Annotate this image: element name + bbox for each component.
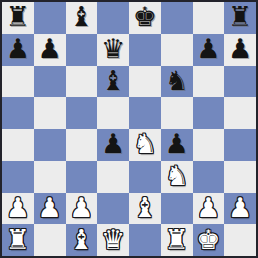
square-h1[interactable]: [224, 224, 256, 256]
square-d4[interactable]: ♟: [97, 129, 129, 161]
square-c7[interactable]: [66, 34, 98, 66]
square-c2[interactable]: ♟: [66, 193, 98, 225]
square-e5[interactable]: [129, 97, 161, 129]
square-f8[interactable]: [161, 2, 193, 34]
piece-black-pawn-d4: ♟: [101, 130, 125, 157]
square-c8[interactable]: ♝: [66, 2, 98, 34]
piece-black-rook-h8: ♜: [228, 3, 252, 30]
square-d8[interactable]: [97, 2, 129, 34]
square-g3[interactable]: [193, 161, 225, 193]
square-a7[interactable]: ♟: [2, 34, 34, 66]
piece-black-bishop-d6: ♝: [101, 67, 125, 94]
piece-black-pawn-f4: ♟: [165, 130, 189, 157]
square-f3[interactable]: ♞: [161, 161, 193, 193]
piece-white-rook-f1: ♜: [165, 226, 189, 253]
chess-board: ♜♝♚♜♟♟♛♟♟♝♞♟♞♟♞♟♟♟♝♟♟♜♝♛♜♚: [2, 2, 256, 256]
piece-white-pawn-h2: ♟: [228, 194, 252, 221]
square-e3[interactable]: [129, 161, 161, 193]
piece-black-pawn-a7: ♟: [6, 35, 30, 62]
square-g7[interactable]: ♟: [193, 34, 225, 66]
square-c5[interactable]: [66, 97, 98, 129]
square-g8[interactable]: [193, 2, 225, 34]
square-b6[interactable]: [34, 66, 66, 98]
square-h8[interactable]: ♜: [224, 2, 256, 34]
piece-white-rook-a1: ♜: [6, 226, 30, 253]
square-a8[interactable]: ♜: [2, 2, 34, 34]
piece-white-pawn-b2: ♟: [38, 194, 62, 221]
square-a6[interactable]: [2, 66, 34, 98]
square-c3[interactable]: [66, 161, 98, 193]
square-g5[interactable]: [193, 97, 225, 129]
piece-white-pawn-g2: ♟: [196, 194, 220, 221]
square-g4[interactable]: [193, 129, 225, 161]
square-c6[interactable]: [66, 66, 98, 98]
piece-white-bishop-e2: ♝: [133, 194, 157, 221]
square-d5[interactable]: [97, 97, 129, 129]
square-g1[interactable]: ♚: [193, 224, 225, 256]
square-d6[interactable]: ♝: [97, 66, 129, 98]
square-h7[interactable]: ♟: [224, 34, 256, 66]
piece-black-king-e8: ♚: [133, 3, 157, 30]
square-e7[interactable]: [129, 34, 161, 66]
square-g2[interactable]: ♟: [193, 193, 225, 225]
square-h6[interactable]: [224, 66, 256, 98]
square-b8[interactable]: [34, 2, 66, 34]
square-e2[interactable]: ♝: [129, 193, 161, 225]
piece-white-knight-f3: ♞: [165, 162, 189, 189]
square-h3[interactable]: [224, 161, 256, 193]
square-b3[interactable]: [34, 161, 66, 193]
square-f1[interactable]: ♜: [161, 224, 193, 256]
board-frame: ♜♝♚♜♟♟♛♟♟♝♞♟♞♟♞♟♟♟♝♟♟♜♝♛♜♚: [0, 0, 258, 258]
square-a1[interactable]: ♜: [2, 224, 34, 256]
square-c4[interactable]: [66, 129, 98, 161]
square-f5[interactable]: [161, 97, 193, 129]
square-b1[interactable]: [34, 224, 66, 256]
square-d2[interactable]: [97, 193, 129, 225]
piece-white-king-g1: ♚: [196, 226, 220, 253]
piece-white-pawn-c2: ♟: [69, 194, 93, 221]
square-d1[interactable]: ♛: [97, 224, 129, 256]
piece-black-pawn-h7: ♟: [228, 35, 252, 62]
square-h4[interactable]: [224, 129, 256, 161]
piece-black-knight-f6: ♞: [165, 67, 189, 94]
square-f7[interactable]: [161, 34, 193, 66]
square-e1[interactable]: [129, 224, 161, 256]
square-f6[interactable]: ♞: [161, 66, 193, 98]
square-e8[interactable]: ♚: [129, 2, 161, 34]
square-d3[interactable]: [97, 161, 129, 193]
square-a3[interactable]: [2, 161, 34, 193]
square-h5[interactable]: [224, 97, 256, 129]
piece-white-bishop-c1: ♝: [69, 226, 93, 253]
piece-white-queen-d1: ♛: [101, 226, 125, 253]
square-f4[interactable]: ♟: [161, 129, 193, 161]
square-b2[interactable]: ♟: [34, 193, 66, 225]
piece-white-pawn-a2: ♟: [6, 194, 30, 221]
square-e6[interactable]: [129, 66, 161, 98]
piece-black-bishop-c8: ♝: [69, 3, 93, 30]
piece-black-pawn-g7: ♟: [196, 35, 220, 62]
square-a4[interactable]: [2, 129, 34, 161]
piece-white-knight-e4: ♞: [133, 130, 157, 157]
square-e4[interactable]: ♞: [129, 129, 161, 161]
square-h2[interactable]: ♟: [224, 193, 256, 225]
square-f2[interactable]: [161, 193, 193, 225]
square-g6[interactable]: [193, 66, 225, 98]
piece-black-rook-a8: ♜: [6, 3, 30, 30]
square-a5[interactable]: [2, 97, 34, 129]
square-b4[interactable]: [34, 129, 66, 161]
square-d7[interactable]: ♛: [97, 34, 129, 66]
piece-black-queen-d7: ♛: [101, 35, 125, 62]
piece-black-pawn-b7: ♟: [38, 35, 62, 62]
square-a2[interactable]: ♟: [2, 193, 34, 225]
square-b7[interactable]: ♟: [34, 34, 66, 66]
square-b5[interactable]: [34, 97, 66, 129]
square-c1[interactable]: ♝: [66, 224, 98, 256]
